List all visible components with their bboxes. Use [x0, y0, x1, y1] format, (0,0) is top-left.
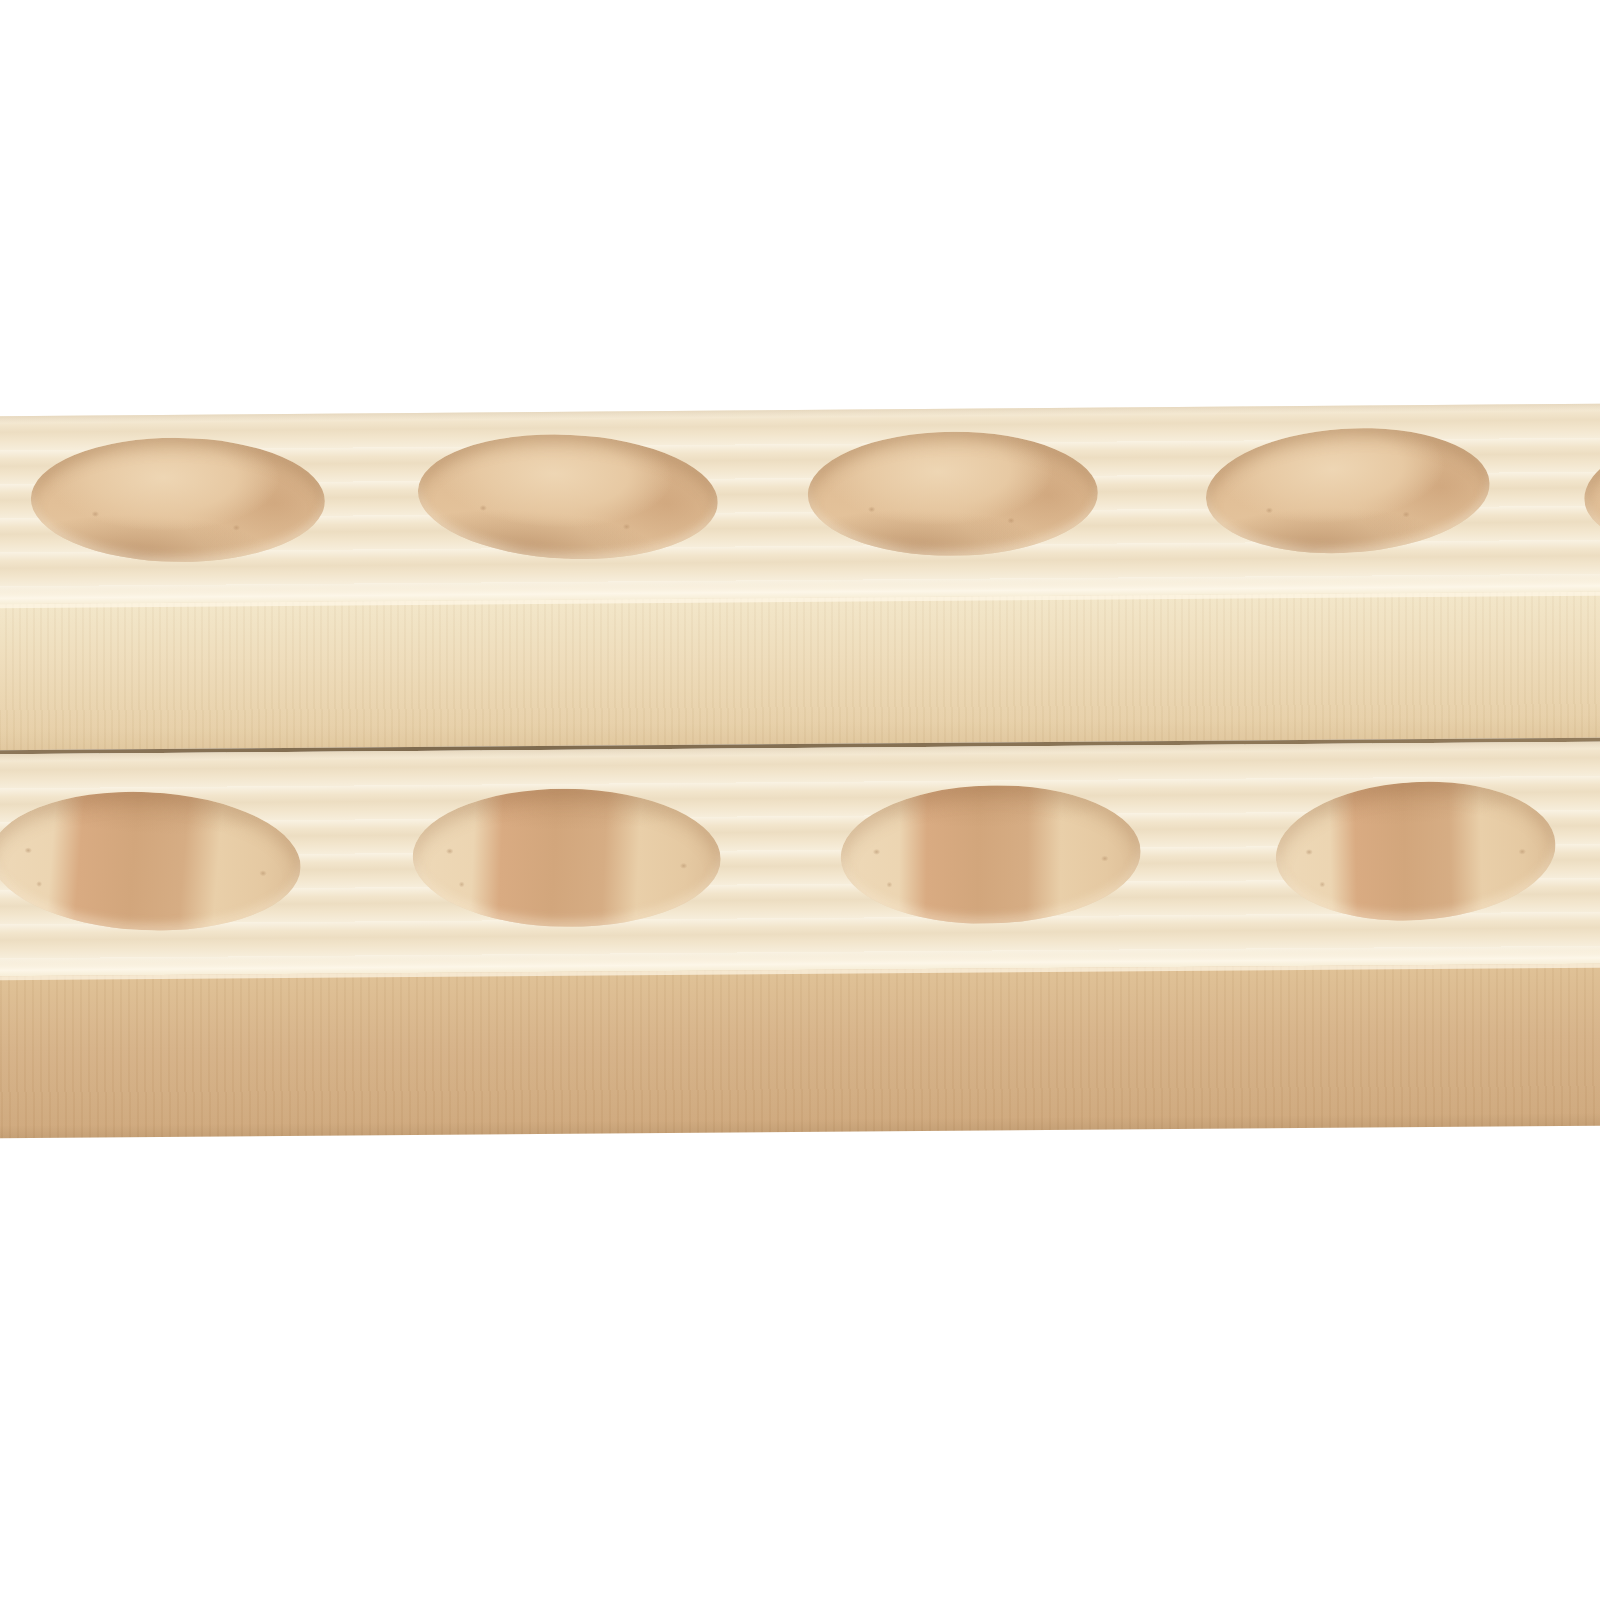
- lower-tier-front-face: [0, 963, 1600, 1138]
- mancala-board: [0, 403, 1600, 1138]
- product-photo-scene: [0, 0, 1600, 1600]
- upper-tier-front-face: [0, 591, 1600, 750]
